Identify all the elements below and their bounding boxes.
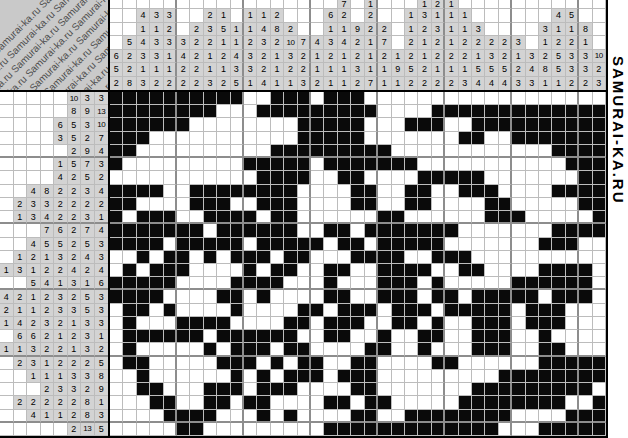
grid-cell[interactable] <box>324 224 337 237</box>
grid-cell[interactable] <box>539 224 552 237</box>
grid-cell[interactable] <box>177 396 190 409</box>
grid-cell[interactable] <box>324 132 337 145</box>
grid-cell[interactable] <box>378 171 391 184</box>
grid-cell[interactable] <box>311 224 324 237</box>
grid-cell[interactable] <box>593 317 606 330</box>
grid-cell[interactable] <box>137 290 150 303</box>
grid-cell[interactable] <box>566 158 579 171</box>
grid-cell[interactable] <box>432 251 445 264</box>
grid-cell[interactable] <box>432 92 445 105</box>
grid-cell[interactable] <box>137 132 150 145</box>
grid-cell[interactable] <box>485 251 498 264</box>
grid-cell[interactable] <box>539 145 552 158</box>
grid-cell[interactable] <box>324 370 337 383</box>
grid-cell[interactable] <box>324 277 337 290</box>
grid-cell[interactable] <box>150 198 163 211</box>
grid-cell[interactable] <box>217 304 230 317</box>
grid-cell[interactable] <box>338 118 351 131</box>
grid-cell[interactable] <box>378 238 391 251</box>
grid-cell[interactable] <box>324 343 337 356</box>
grid-cell[interactable] <box>579 185 592 198</box>
grid-cell[interactable] <box>257 158 270 171</box>
grid-cell[interactable] <box>392 105 405 118</box>
grid-cell[interactable] <box>284 251 297 264</box>
grid-cell[interactable] <box>445 410 458 423</box>
grid-cell[interactable] <box>338 158 351 171</box>
grid-cell[interactable] <box>378 158 391 171</box>
grid-cell[interactable] <box>512 290 525 303</box>
grid-cell[interactable] <box>284 198 297 211</box>
grid-cell[interactable] <box>123 383 136 396</box>
grid-cell[interactable] <box>351 304 364 317</box>
grid-cell[interactable] <box>110 330 123 343</box>
grid-cell[interactable] <box>177 251 190 264</box>
grid-cell[interactable] <box>579 145 592 158</box>
grid-cell[interactable] <box>405 224 418 237</box>
grid-cell[interactable] <box>445 317 458 330</box>
grid-cell[interactable] <box>579 92 592 105</box>
grid-cell[interactable] <box>472 410 485 423</box>
grid-cell[interactable] <box>378 370 391 383</box>
grid-cell[interactable] <box>217 410 230 423</box>
grid-cell[interactable] <box>257 396 270 409</box>
grid-cell[interactable] <box>539 211 552 224</box>
grid-cell[interactable] <box>499 251 512 264</box>
grid-cell[interactable] <box>418 105 431 118</box>
grid-cell[interactable] <box>123 410 136 423</box>
grid-cell[interactable] <box>526 105 539 118</box>
grid-cell[interactable] <box>244 171 257 184</box>
grid-cell[interactable] <box>378 317 391 330</box>
grid-cell[interactable] <box>123 171 136 184</box>
grid-cell[interactable] <box>472 423 485 436</box>
grid-cell[interactable] <box>150 251 163 264</box>
grid-cell[interactable] <box>539 264 552 277</box>
grid-cell[interactable] <box>150 132 163 145</box>
grid-cell[interactable] <box>485 224 498 237</box>
grid-cell[interactable] <box>378 423 391 436</box>
grid-cell[interactable] <box>150 211 163 224</box>
grid-cell[interactable] <box>284 211 297 224</box>
grid-cell[interactable] <box>418 92 431 105</box>
grid-cell[interactable] <box>365 158 378 171</box>
grid-cell[interactable] <box>472 238 485 251</box>
grid-cell[interactable] <box>445 145 458 158</box>
grid-cell[interactable] <box>552 410 565 423</box>
grid-cell[interactable] <box>459 238 472 251</box>
grid-cell[interactable] <box>123 211 136 224</box>
grid-cell[interactable] <box>485 330 498 343</box>
grid-cell[interactable] <box>217 132 230 145</box>
grid-cell[interactable] <box>123 158 136 171</box>
grid-cell[interactable] <box>324 423 337 436</box>
grid-cell[interactable] <box>432 383 445 396</box>
grid-cell[interactable] <box>271 145 284 158</box>
grid-cell[interactable] <box>445 185 458 198</box>
grid-cell[interactable] <box>445 370 458 383</box>
grid-cell[interactable] <box>231 158 244 171</box>
grid-cell[interactable] <box>110 370 123 383</box>
grid-cell[interactable] <box>593 304 606 317</box>
grid-cell[interactable] <box>284 145 297 158</box>
grid-cell[interactable] <box>392 396 405 409</box>
grid-cell[interactable] <box>177 158 190 171</box>
grid-cell[interactable] <box>539 343 552 356</box>
grid-cell[interactable] <box>351 224 364 237</box>
grid-cell[interactable] <box>365 185 378 198</box>
grid-cell[interactable] <box>392 185 405 198</box>
grid-cell[interactable] <box>284 290 297 303</box>
grid-cell[interactable] <box>338 198 351 211</box>
grid-cell[interactable] <box>392 383 405 396</box>
grid-cell[interactable] <box>378 198 391 211</box>
grid-cell[interactable] <box>217 423 230 436</box>
grid-cell[interactable] <box>526 343 539 356</box>
grid-cell[interactable] <box>298 238 311 251</box>
grid-cell[interactable] <box>351 118 364 131</box>
grid-cell[interactable] <box>271 290 284 303</box>
grid-cell[interactable] <box>284 330 297 343</box>
grid-cell[interactable] <box>351 158 364 171</box>
grid-cell[interactable] <box>405 145 418 158</box>
grid-cell[interactable] <box>204 330 217 343</box>
grid-cell[interactable] <box>499 330 512 343</box>
grid-cell[interactable] <box>164 396 177 409</box>
grid-cell[interactable] <box>432 264 445 277</box>
grid-cell[interactable] <box>150 343 163 356</box>
grid-cell[interactable] <box>123 224 136 237</box>
grid-cell[interactable] <box>190 145 203 158</box>
grid-cell[interactable] <box>552 158 565 171</box>
grid-cell[interactable] <box>271 251 284 264</box>
grid-cell[interactable] <box>539 383 552 396</box>
grid-cell[interactable] <box>123 118 136 131</box>
grid-cell[interactable] <box>123 396 136 409</box>
grid-cell[interactable] <box>177 290 190 303</box>
grid-cell[interactable] <box>445 264 458 277</box>
grid-cell[interactable] <box>378 357 391 370</box>
grid-cell[interactable] <box>324 383 337 396</box>
grid-cell[interactable] <box>485 317 498 330</box>
grid-cell[interactable] <box>150 423 163 436</box>
grid-cell[interactable] <box>298 118 311 131</box>
grid-cell[interactable] <box>110 118 123 131</box>
grid-cell[interactable] <box>217 357 230 370</box>
grid-cell[interactable] <box>311 92 324 105</box>
grid-cell[interactable] <box>566 132 579 145</box>
grid-cell[interactable] <box>271 383 284 396</box>
grid-cell[interactable] <box>284 185 297 198</box>
grid-cell[interactable] <box>217 370 230 383</box>
grid-cell[interactable] <box>164 383 177 396</box>
grid-cell[interactable] <box>164 105 177 118</box>
grid-cell[interactable] <box>499 105 512 118</box>
grid-cell[interactable] <box>311 132 324 145</box>
grid-cell[interactable] <box>338 343 351 356</box>
grid-cell[interactable] <box>204 105 217 118</box>
grid-cell[interactable] <box>257 198 270 211</box>
grid-cell[interactable] <box>526 304 539 317</box>
grid-cell[interactable] <box>164 158 177 171</box>
grid-cell[interactable] <box>432 410 445 423</box>
grid-cell[interactable] <box>231 410 244 423</box>
grid-cell[interactable] <box>137 158 150 171</box>
grid-cell[interactable] <box>552 423 565 436</box>
grid-cell[interactable] <box>257 145 270 158</box>
grid-cell[interactable] <box>150 290 163 303</box>
grid-cell[interactable] <box>579 304 592 317</box>
grid-cell[interactable] <box>284 105 297 118</box>
grid-cell[interactable] <box>512 132 525 145</box>
grid-cell[interactable] <box>512 158 525 171</box>
grid-cell[interactable] <box>445 251 458 264</box>
grid-cell[interactable] <box>284 132 297 145</box>
grid-cell[interactable] <box>177 330 190 343</box>
grid-cell[interactable] <box>539 238 552 251</box>
grid-cell[interactable] <box>177 238 190 251</box>
grid-cell[interactable] <box>512 304 525 317</box>
grid-cell[interactable] <box>311 410 324 423</box>
grid-cell[interactable] <box>284 410 297 423</box>
grid-cell[interactable] <box>311 171 324 184</box>
grid-cell[interactable] <box>244 185 257 198</box>
grid-cell[interactable] <box>512 251 525 264</box>
grid-cell[interactable] <box>566 264 579 277</box>
grid-cell[interactable] <box>365 118 378 131</box>
grid-cell[interactable] <box>231 238 244 251</box>
grid-cell[interactable] <box>552 211 565 224</box>
grid-cell[interactable] <box>257 357 270 370</box>
grid-cell[interactable] <box>164 330 177 343</box>
grid-cell[interactable] <box>351 264 364 277</box>
grid-cell[interactable] <box>472 92 485 105</box>
grid-cell[interactable] <box>177 264 190 277</box>
grid-cell[interactable] <box>217 171 230 184</box>
grid-cell[interactable] <box>579 264 592 277</box>
grid-cell[interactable] <box>526 317 539 330</box>
grid-cell[interactable] <box>284 396 297 409</box>
grid-cell[interactable] <box>378 277 391 290</box>
grid-cell[interactable] <box>378 105 391 118</box>
grid-cell[interactable] <box>257 224 270 237</box>
grid-cell[interactable] <box>378 251 391 264</box>
grid-cell[interactable] <box>378 290 391 303</box>
grid-cell[interactable] <box>110 92 123 105</box>
grid-cell[interactable] <box>418 357 431 370</box>
grid-cell[interactable] <box>539 290 552 303</box>
grid-cell[interactable] <box>512 357 525 370</box>
grid-cell[interactable] <box>432 145 445 158</box>
grid-cell[interactable] <box>298 317 311 330</box>
grid-cell[interactable] <box>405 264 418 277</box>
grid-cell[interactable] <box>566 145 579 158</box>
grid-cell[interactable] <box>190 290 203 303</box>
grid-cell[interactable] <box>392 92 405 105</box>
grid-cell[interactable] <box>445 105 458 118</box>
grid-cell[interactable] <box>392 357 405 370</box>
grid-cell[interactable] <box>566 277 579 290</box>
grid-cell[interactable] <box>579 357 592 370</box>
grid-cell[interactable] <box>566 171 579 184</box>
grid-cell[interactable] <box>432 238 445 251</box>
grid-cell[interactable] <box>150 171 163 184</box>
grid-cell[interactable] <box>472 224 485 237</box>
grid-cell[interactable] <box>298 370 311 383</box>
grid-cell[interactable] <box>271 171 284 184</box>
grid-cell[interactable] <box>485 171 498 184</box>
grid-cell[interactable] <box>418 304 431 317</box>
grid-cell[interactable] <box>365 370 378 383</box>
grid-cell[interactable] <box>257 251 270 264</box>
grid-cell[interactable] <box>244 224 257 237</box>
grid-cell[interactable] <box>351 396 364 409</box>
grid-cell[interactable] <box>257 92 270 105</box>
grid-cell[interactable] <box>150 383 163 396</box>
grid-cell[interactable] <box>177 304 190 317</box>
grid-cell[interactable] <box>204 118 217 131</box>
grid-cell[interactable] <box>485 132 498 145</box>
grid-cell[interactable] <box>351 410 364 423</box>
grid-cell[interactable] <box>472 370 485 383</box>
grid-cell[interactable] <box>418 132 431 145</box>
grid-cell[interactable] <box>271 238 284 251</box>
grid-cell[interactable] <box>472 118 485 131</box>
grid-cell[interactable] <box>231 264 244 277</box>
grid-cell[interactable] <box>164 264 177 277</box>
grid-cell[interactable] <box>365 357 378 370</box>
grid-cell[interactable] <box>365 277 378 290</box>
grid-cell[interactable] <box>177 171 190 184</box>
grid-cell[interactable] <box>324 317 337 330</box>
grid-cell[interactable] <box>110 264 123 277</box>
grid-cell[interactable] <box>177 132 190 145</box>
grid-cell[interactable] <box>405 423 418 436</box>
grid-cell[interactable] <box>110 410 123 423</box>
grid-cell[interactable] <box>190 264 203 277</box>
grid-cell[interactable] <box>405 290 418 303</box>
grid-cell[interactable] <box>405 343 418 356</box>
grid-cell[interactable] <box>257 264 270 277</box>
grid-cell[interactable] <box>137 317 150 330</box>
grid-cell[interactable] <box>150 264 163 277</box>
grid-cell[interactable] <box>298 396 311 409</box>
grid-cell[interactable] <box>190 105 203 118</box>
grid-cell[interactable] <box>351 92 364 105</box>
grid-cell[interactable] <box>552 238 565 251</box>
grid-cell[interactable] <box>459 132 472 145</box>
grid-cell[interactable] <box>552 290 565 303</box>
grid-cell[interactable] <box>311 277 324 290</box>
grid-cell[interactable] <box>311 251 324 264</box>
grid-cell[interactable] <box>338 277 351 290</box>
grid-cell[interactable] <box>432 330 445 343</box>
grid-cell[interactable] <box>526 132 539 145</box>
grid-cell[interactable] <box>137 251 150 264</box>
grid-cell[interactable] <box>204 423 217 436</box>
grid-cell[interactable] <box>123 145 136 158</box>
grid-cell[interactable] <box>244 238 257 251</box>
grid-cell[interactable] <box>552 330 565 343</box>
grid-cell[interactable] <box>405 396 418 409</box>
grid-cell[interactable] <box>244 290 257 303</box>
grid-cell[interactable] <box>190 330 203 343</box>
grid-cell[interactable] <box>137 357 150 370</box>
grid-cell[interactable] <box>190 383 203 396</box>
grid-cell[interactable] <box>378 118 391 131</box>
grid-cell[interactable] <box>110 158 123 171</box>
grid-cell[interactable] <box>472 383 485 396</box>
grid-cell[interactable] <box>499 198 512 211</box>
grid-cell[interactable] <box>190 185 203 198</box>
grid-cell[interactable] <box>257 171 270 184</box>
grid-cell[interactable] <box>324 264 337 277</box>
grid-cell[interactable] <box>204 277 217 290</box>
grid-cell[interactable] <box>311 105 324 118</box>
grid-cell[interactable] <box>123 423 136 436</box>
grid-cell[interactable] <box>378 224 391 237</box>
grid-cell[interactable] <box>566 118 579 131</box>
grid-cell[interactable] <box>351 171 364 184</box>
grid-cell[interactable] <box>298 330 311 343</box>
grid-cell[interactable] <box>244 357 257 370</box>
grid-cell[interactable] <box>593 145 606 158</box>
grid-cell[interactable] <box>217 251 230 264</box>
grid-cell[interactable] <box>405 198 418 211</box>
grid-cell[interactable] <box>137 171 150 184</box>
grid-cell[interactable] <box>244 264 257 277</box>
grid-cell[interactable] <box>110 211 123 224</box>
grid-cell[interactable] <box>418 118 431 131</box>
grid-cell[interactable] <box>150 118 163 131</box>
grid-cell[interactable] <box>418 290 431 303</box>
grid-cell[interactable] <box>566 343 579 356</box>
grid-cell[interactable] <box>298 145 311 158</box>
grid-cell[interactable] <box>499 304 512 317</box>
grid-cell[interactable] <box>593 251 606 264</box>
grid-cell[interactable] <box>579 423 592 436</box>
grid-cell[interactable] <box>298 410 311 423</box>
grid-cell[interactable] <box>579 211 592 224</box>
grid-cell[interactable] <box>485 238 498 251</box>
grid-cell[interactable] <box>177 357 190 370</box>
grid-cell[interactable] <box>445 383 458 396</box>
grid-cell[interactable] <box>472 145 485 158</box>
grid-cell[interactable] <box>472 171 485 184</box>
grid-cell[interactable] <box>459 145 472 158</box>
grid-cell[interactable] <box>365 198 378 211</box>
grid-cell[interactable] <box>552 171 565 184</box>
grid-cell[interactable] <box>579 105 592 118</box>
grid-cell[interactable] <box>445 92 458 105</box>
grid-cell[interactable] <box>257 118 270 131</box>
grid-cell[interactable] <box>311 330 324 343</box>
grid-cell[interactable] <box>177 317 190 330</box>
grid-cell[interactable] <box>405 304 418 317</box>
grid-cell[interactable] <box>244 105 257 118</box>
grid-cell[interactable] <box>217 383 230 396</box>
grid-cell[interactable] <box>459 343 472 356</box>
grid-cell[interactable] <box>579 132 592 145</box>
grid-cell[interactable] <box>150 317 163 330</box>
grid-cell[interactable] <box>257 383 270 396</box>
grid-cell[interactable] <box>432 317 445 330</box>
grid-cell[interactable] <box>217 396 230 409</box>
grid-cell[interactable] <box>418 198 431 211</box>
grid-cell[interactable] <box>445 330 458 343</box>
grid-cell[interactable] <box>392 118 405 131</box>
grid-cell[interactable] <box>338 224 351 237</box>
grid-cell[interactable] <box>472 198 485 211</box>
